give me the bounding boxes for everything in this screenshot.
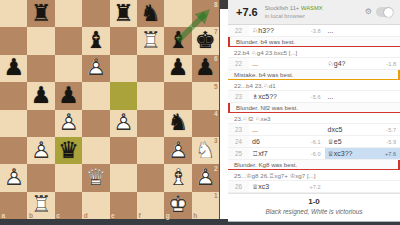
- eval-value: +7.6: [236, 6, 258, 18]
- square-e6[interactable]: [110, 55, 137, 82]
- square-f4[interactable]: [137, 110, 164, 137]
- square-d2[interactable]: ♛♕: [82, 164, 109, 191]
- square-a7[interactable]: [0, 27, 27, 54]
- white-knight[interactable]: ♞♘: [192, 137, 219, 164]
- square-e7[interactable]: [110, 27, 137, 54]
- move-eval: -5.7: [386, 127, 396, 133]
- black-pawn[interactable]: ♟: [164, 55, 191, 82]
- square-a2[interactable]: ♟♙: [0, 164, 27, 191]
- white-bishop[interactable]: ♝♗: [164, 164, 191, 191]
- square-d5[interactable]: [82, 82, 109, 109]
- mistake-comment: Mistake. b4 was best.: [228, 70, 400, 80]
- black-move-active[interactable]: ♕xc3??+7.6: [325, 148, 400, 159]
- coord-rank-8: 8: [214, 1, 218, 8]
- engine-header: +7.6 Stockfish 11+ WASMX in local browse…: [228, 0, 400, 25]
- square-g6[interactable]: ♟: [164, 55, 191, 82]
- square-a4[interactable]: [0, 110, 27, 137]
- white-move[interactable]: ♕xc3+7.2: [249, 181, 325, 192]
- engine-toggle-knob: [384, 8, 393, 17]
- coord-file-d: d: [84, 212, 88, 219]
- black-knight[interactable]: ♞: [137, 0, 164, 27]
- move-number: 26: [228, 181, 249, 192]
- black-move[interactable]: ♕e5-5.9: [325, 136, 400, 147]
- square-a1[interactable]: a: [0, 192, 27, 219]
- move-eval: -1.8: [386, 61, 396, 67]
- move-row: 22...♘g4?-1.8: [228, 58, 400, 70]
- coord-rank-4: 4: [214, 110, 218, 117]
- black-bishop[interactable]: ♝: [164, 27, 191, 54]
- move-eval: -6.1: [311, 139, 321, 145]
- square-f5[interactable]: [137, 82, 164, 109]
- black-king[interactable]: ♚: [192, 27, 219, 54]
- white-move[interactable]: ♖xf7-6.0: [249, 148, 325, 159]
- white-move[interactable]: ...: [249, 124, 325, 135]
- move-number: 22: [228, 25, 249, 36]
- square-b4[interactable]: [27, 110, 54, 137]
- move-eval: -5.6: [311, 94, 321, 100]
- white-pawn[interactable]: ♟♙: [0, 164, 27, 191]
- square-h3[interactable]: ♞♘3: [192, 137, 219, 164]
- black-move[interactable]: ♘g4?-1.8: [325, 58, 400, 69]
- square-c1[interactable]: c: [55, 192, 82, 219]
- square-c7[interactable]: [55, 27, 82, 54]
- black-rook[interactable]: ♜: [27, 0, 54, 27]
- white-pawn[interactable]: ♟♙: [27, 137, 54, 164]
- coord-file-f: f: [138, 212, 140, 219]
- black-bishop[interactable]: ♝: [82, 27, 109, 54]
- white-move[interactable]: ♗xc5??-5.6: [249, 91, 325, 102]
- san: ♕e5: [328, 138, 342, 146]
- move-row: 25♖xf7-6.0♕xc3??+7.6: [228, 148, 400, 160]
- san: ...: [252, 60, 258, 67]
- square-g8[interactable]: [164, 0, 191, 27]
- black-move[interactable]: [325, 181, 400, 192]
- white-pawn[interactable]: ♟♙: [110, 110, 137, 137]
- square-e8[interactable]: ♜: [110, 0, 137, 27]
- move-number: 25: [228, 148, 249, 159]
- black-pawn[interactable]: ♟: [55, 82, 82, 109]
- black-rook[interactable]: ♜: [110, 0, 137, 27]
- square-a5[interactable]: [0, 82, 27, 109]
- coord-file-h: h: [193, 212, 197, 219]
- square-e4[interactable]: ♟♙: [110, 110, 137, 137]
- move-number: 23: [228, 91, 249, 102]
- eval-gauge-black-part: [220, 0, 228, 9]
- blunder-comment: Blunder. Kg8 was best.: [228, 160, 400, 170]
- san: ...: [252, 126, 258, 133]
- square-f7[interactable]: ♜♖: [137, 27, 164, 54]
- chess-board[interactable]: ♜♜♞8♝♜♖♝♚7♟♟♙♟♟6♟♟5♟♙♟♙♞4♟♙♛♟♙♞♘3♟♙♛♕♝♗♟…: [0, 0, 219, 219]
- square-b2[interactable]: [27, 164, 54, 191]
- square-h2[interactable]: ♟♙2: [192, 164, 219, 191]
- san: ♘h3??: [252, 27, 274, 35]
- black-knight[interactable]: ♞: [164, 110, 191, 137]
- move-row: 23♗xc5??-5.6...: [228, 91, 400, 103]
- square-a8[interactable]: [0, 0, 27, 27]
- black-pawn[interactable]: ♟: [192, 55, 219, 82]
- black-move[interactable]: ...: [325, 91, 400, 102]
- blunder-comment: Blunder. Nf2 was best.: [228, 103, 400, 113]
- square-c4[interactable]: ♟♙: [55, 110, 82, 137]
- move-number: 23: [228, 124, 249, 135]
- square-e2[interactable]: [110, 164, 137, 191]
- variation-line[interactable]: 22...b4 23.♘d1: [228, 80, 400, 91]
- san: ...: [328, 93, 334, 100]
- square-c2[interactable]: [55, 164, 82, 191]
- white-pawn[interactable]: ♟♙: [82, 55, 109, 82]
- move-list: 22♘h3??-3.8...Blunder. b4 was best.22.b4…: [228, 25, 400, 193]
- white-move[interactable]: ♘h3??-3.8: [249, 25, 325, 36]
- black-queen[interactable]: ♛: [55, 137, 82, 164]
- square-c3[interactable]: ♛: [55, 137, 82, 164]
- square-d4[interactable]: [82, 110, 109, 137]
- square-f2[interactable]: [137, 164, 164, 191]
- coord-file-e: e: [111, 212, 115, 219]
- square-f8[interactable]: ♞: [137, 0, 164, 27]
- variation-line[interactable]: 25...♔g8 26.♖xg7+ ♔xg7 [...]: [228, 170, 400, 181]
- san: ♖xf7: [252, 150, 268, 158]
- square-g2[interactable]: ♝♗: [164, 164, 191, 191]
- black-pawn[interactable]: ♟: [27, 82, 54, 109]
- result-score: 1-0: [228, 197, 400, 206]
- square-h6[interactable]: ♟6: [192, 55, 219, 82]
- black-move[interactable]: dxc5-5.7: [325, 124, 400, 135]
- square-d3[interactable]: [82, 137, 109, 164]
- square-g4[interactable]: ♞: [164, 110, 191, 137]
- square-b7[interactable]: [27, 27, 54, 54]
- square-f3[interactable]: [137, 137, 164, 164]
- square-b1[interactable]: ♜♖b: [27, 192, 54, 219]
- result-block: 1-0 Black resigned, White is victorious: [228, 193, 400, 217]
- white-move[interactable]: d6-6.1: [249, 136, 325, 147]
- move-row: 26♕xc3+7.2: [228, 181, 400, 193]
- square-a3[interactable]: [0, 137, 27, 164]
- white-pawn[interactable]: ♟♙: [192, 164, 219, 191]
- move-eval: -3.8: [311, 28, 321, 34]
- move-row: 23...dxc5-5.7: [228, 124, 400, 136]
- san: ♕xc3: [252, 183, 269, 191]
- square-d8[interactable]: [82, 0, 109, 27]
- square-c5[interactable]: ♟: [55, 82, 82, 109]
- san: ♗xc5??: [252, 93, 277, 101]
- square-d1[interactable]: d: [82, 192, 109, 219]
- san: dxc5: [328, 126, 343, 133]
- san: ♘g4?: [328, 60, 346, 68]
- square-h8[interactable]: 8: [192, 0, 219, 27]
- move-eval: -5.9: [386, 139, 396, 145]
- square-e1[interactable]: e: [110, 192, 137, 219]
- square-c8[interactable]: [55, 0, 82, 27]
- square-e3[interactable]: [110, 137, 137, 164]
- square-d6[interactable]: ♟♙: [82, 55, 109, 82]
- coord-rank-5: 5: [214, 83, 218, 90]
- white-king[interactable]: ♚♔: [164, 192, 191, 219]
- black-move[interactable]: ...: [325, 25, 400, 36]
- blunder-comment: Blunder. b4 was best.: [228, 37, 400, 47]
- coord-file-a: a: [2, 212, 6, 219]
- san: ...: [328, 27, 334, 34]
- white-queen[interactable]: ♛♕: [82, 164, 109, 191]
- gear-icon[interactable]: ⚙: [365, 8, 372, 16]
- engine-tech-badge: WASMX: [301, 5, 323, 11]
- coord-file-c: c: [56, 212, 60, 219]
- move-eval: +7.6: [385, 151, 396, 157]
- square-c6[interactable]: [55, 55, 82, 82]
- white-move[interactable]: ...: [249, 58, 325, 69]
- square-g5[interactable]: [164, 82, 191, 109]
- square-e5[interactable]: [110, 82, 137, 109]
- engine-info: Stockfish 11+ WASMX in local browser: [265, 4, 323, 20]
- variation-line[interactable]: 22.b4 ♘g4 23.bxc5 [...]: [228, 47, 400, 58]
- black-pawn[interactable]: ♟: [0, 55, 27, 82]
- square-b8[interactable]: ♜: [27, 0, 54, 27]
- square-g3[interactable]: ♟♙: [164, 137, 191, 164]
- move-eval: -6.0: [311, 151, 321, 157]
- white-pawn[interactable]: ♟♙: [55, 110, 82, 137]
- square-g1[interactable]: ♚♔g: [164, 192, 191, 219]
- move-number: 22: [228, 58, 249, 69]
- analysis-panel: +7.6 Stockfish 11+ WASMX in local browse…: [228, 0, 400, 222]
- square-h5[interactable]: 5: [192, 82, 219, 109]
- square-b5[interactable]: ♟: [27, 82, 54, 109]
- engine-location: in local browser: [265, 12, 323, 20]
- last-move-highlight-e5: [110, 82, 137, 109]
- square-h4[interactable]: 4: [192, 110, 219, 137]
- white-pawn[interactable]: ♟♙: [164, 137, 191, 164]
- square-d7[interactable]: ♝: [82, 27, 109, 54]
- eval-gauge: [219, 0, 228, 219]
- move-row: 24d6-6.1♕e5-5.9: [228, 136, 400, 148]
- variation-line[interactable]: 23.♘f2 ♘xe3: [228, 113, 400, 124]
- move-row: 22♘h3??-3.8...: [228, 25, 400, 37]
- san: d6: [252, 138, 260, 145]
- square-a6[interactable]: ♟: [0, 55, 27, 82]
- engine-toggle[interactable]: [376, 7, 393, 17]
- square-f6[interactable]: [137, 55, 164, 82]
- result-message: Black resigned, White is victorious: [228, 208, 400, 215]
- engine-name: Stockfish 11+ WASMX: [265, 4, 323, 12]
- square-h1[interactable]: h1: [192, 192, 219, 219]
- white-rook[interactable]: ♜♖: [27, 192, 54, 219]
- square-h7[interactable]: ♚7: [192, 27, 219, 54]
- move-eval: +7.2: [309, 184, 320, 190]
- coord-rank-1: 1: [214, 192, 218, 199]
- square-b6[interactable]: [27, 55, 54, 82]
- square-f1[interactable]: f: [137, 192, 164, 219]
- move-number: 24: [228, 136, 249, 147]
- san: ♕xc3??: [328, 150, 353, 158]
- white-rook[interactable]: ♜♖: [137, 27, 164, 54]
- square-g7[interactable]: ♝: [164, 27, 191, 54]
- square-b3[interactable]: ♟♙: [27, 137, 54, 164]
